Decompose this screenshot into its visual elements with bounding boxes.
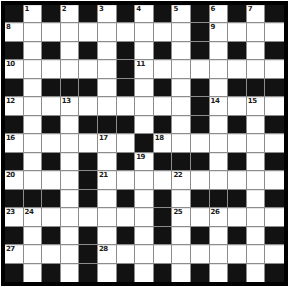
clue-number: 17: [99, 134, 108, 143]
black-cell: [228, 5, 247, 23]
white-cell[interactable]: [98, 208, 117, 226]
black-cell: [79, 190, 98, 208]
white-cell[interactable]: [98, 23, 117, 41]
white-cell[interactable]: [191, 171, 210, 189]
black-cell: [79, 153, 98, 171]
white-cell[interactable]: [247, 116, 266, 134]
clue-number: 4: [136, 5, 140, 14]
white-cell[interactable]: [172, 134, 191, 152]
white-cell[interactable]: [154, 60, 173, 78]
white-cell[interactable]: [61, 23, 80, 41]
black-cell: [42, 79, 61, 97]
clue-number: 21: [99, 171, 108, 180]
white-cell[interactable]: [135, 116, 154, 134]
black-cell: [5, 5, 24, 23]
white-cell[interactable]: [24, 79, 43, 97]
black-cell: [154, 264, 173, 282]
clue-number: 16: [6, 134, 15, 143]
white-cell[interactable]: [42, 23, 61, 41]
black-cell: [154, 153, 173, 171]
black-cell: [191, 23, 210, 41]
black-cell: [154, 116, 173, 134]
clue-number: 8: [6, 23, 10, 32]
white-cell[interactable]: [154, 97, 173, 115]
black-cell: [5, 153, 24, 171]
white-cell[interactable]: [117, 134, 136, 152]
white-cell[interactable]: [191, 60, 210, 78]
black-cell: [5, 42, 24, 60]
black-cell: [117, 264, 136, 282]
white-cell[interactable]: [98, 79, 117, 97]
black-cell: [172, 153, 191, 171]
clue-number: 2: [62, 5, 66, 14]
white-cell[interactable]: [172, 42, 191, 60]
clue-number: 3: [99, 5, 103, 14]
white-cell[interactable]: [247, 60, 266, 78]
clue-number: 27: [6, 245, 15, 254]
white-cell[interactable]: [24, 227, 43, 245]
white-cell[interactable]: [117, 208, 136, 226]
black-cell: [154, 227, 173, 245]
white-cell[interactable]: [135, 23, 154, 41]
white-cell[interactable]: [79, 60, 98, 78]
white-cell[interactable]: [24, 245, 43, 263]
white-cell[interactable]: [247, 134, 266, 152]
white-cell[interactable]: [265, 245, 284, 263]
white-cell[interactable]: [24, 60, 43, 78]
white-cell[interactable]: [117, 23, 136, 41]
white-cell[interactable]: [135, 190, 154, 208]
white-cell[interactable]: [135, 171, 154, 189]
white-cell[interactable]: [210, 264, 229, 282]
black-cell: [154, 190, 173, 208]
white-cell[interactable]: 11: [135, 60, 154, 78]
white-cell[interactable]: [135, 42, 154, 60]
black-cell: [79, 116, 98, 134]
white-cell[interactable]: [172, 79, 191, 97]
white-cell[interactable]: [135, 227, 154, 245]
black-cell: [5, 79, 24, 97]
white-cell[interactable]: [172, 190, 191, 208]
black-cell: [42, 42, 61, 60]
white-cell[interactable]: [228, 134, 247, 152]
white-cell[interactable]: 9: [210, 23, 229, 41]
clue-number: 24: [25, 208, 34, 217]
black-cell: [191, 190, 210, 208]
black-cell: [191, 116, 210, 134]
black-cell: [24, 190, 43, 208]
white-cell[interactable]: [154, 171, 173, 189]
white-cell[interactable]: [42, 97, 61, 115]
black-cell: [5, 190, 24, 208]
white-cell[interactable]: [247, 264, 266, 282]
white-cell[interactable]: 1: [24, 5, 43, 23]
white-cell[interactable]: [61, 60, 80, 78]
clue-number: 10: [6, 60, 15, 69]
white-cell[interactable]: [247, 227, 266, 245]
black-cell: [79, 42, 98, 60]
white-cell[interactable]: [135, 79, 154, 97]
white-cell[interactable]: [42, 171, 61, 189]
white-cell[interactable]: [210, 171, 229, 189]
white-cell[interactable]: [61, 264, 80, 282]
black-cell: [191, 79, 210, 97]
white-cell[interactable]: [228, 208, 247, 226]
white-cell[interactable]: 28: [98, 245, 117, 263]
black-cell: [265, 79, 284, 97]
white-cell[interactable]: [24, 171, 43, 189]
white-cell[interactable]: [135, 264, 154, 282]
white-cell[interactable]: [24, 116, 43, 134]
black-cell: [117, 227, 136, 245]
white-cell[interactable]: [61, 171, 80, 189]
clue-number: 5: [173, 5, 177, 14]
white-cell[interactable]: [210, 227, 229, 245]
clue-number: 11: [136, 60, 145, 69]
white-cell[interactable]: [172, 97, 191, 115]
black-cell: [5, 227, 24, 245]
white-cell[interactable]: 16: [5, 134, 24, 152]
white-cell[interactable]: [247, 42, 266, 60]
white-cell[interactable]: 12: [5, 97, 24, 115]
black-cell: [228, 264, 247, 282]
black-cell: [42, 190, 61, 208]
black-cell: [265, 5, 284, 23]
white-cell[interactable]: [210, 42, 229, 60]
black-cell: [265, 116, 284, 134]
white-cell[interactable]: [42, 134, 61, 152]
white-cell[interactable]: [154, 23, 173, 41]
white-cell[interactable]: [24, 23, 43, 41]
white-cell[interactable]: [24, 97, 43, 115]
black-cell: [79, 245, 98, 263]
white-cell[interactable]: 5: [172, 5, 191, 23]
white-cell[interactable]: [247, 153, 266, 171]
white-cell[interactable]: [42, 245, 61, 263]
black-cell: [228, 227, 247, 245]
black-cell: [42, 5, 61, 23]
black-cell: [265, 264, 284, 282]
black-cell: [5, 116, 24, 134]
white-cell[interactable]: 7: [247, 5, 266, 23]
black-cell: [191, 42, 210, 60]
black-cell: [42, 153, 61, 171]
white-cell[interactable]: 25: [172, 208, 191, 226]
black-cell: [117, 5, 136, 23]
white-cell[interactable]: 3: [98, 5, 117, 23]
white-cell[interactable]: [61, 227, 80, 245]
white-cell[interactable]: 8: [5, 23, 24, 41]
white-cell[interactable]: [98, 190, 117, 208]
black-cell: [191, 153, 210, 171]
white-cell[interactable]: [191, 245, 210, 263]
black-cell: [117, 190, 136, 208]
white-cell[interactable]: [265, 23, 284, 41]
white-cell[interactable]: [265, 171, 284, 189]
white-cell[interactable]: [228, 23, 247, 41]
white-cell[interactable]: [265, 97, 284, 115]
crossword-board: 1234567891011121314151617181920212223242…: [0, 0, 289, 287]
white-cell[interactable]: [265, 134, 284, 152]
black-cell: [191, 264, 210, 282]
white-cell[interactable]: [61, 153, 80, 171]
white-cell[interactable]: 14: [210, 97, 229, 115]
white-cell[interactable]: 13: [61, 97, 80, 115]
clue-number: 18: [155, 134, 164, 143]
white-cell[interactable]: 4: [135, 5, 154, 23]
black-cell: [117, 79, 136, 97]
white-cell[interactable]: [117, 171, 136, 189]
black-cell: [61, 79, 80, 97]
white-cell[interactable]: [42, 208, 61, 226]
white-cell[interactable]: [42, 60, 61, 78]
white-cell[interactable]: [24, 134, 43, 152]
white-cell[interactable]: [61, 190, 80, 208]
white-cell[interactable]: 6: [210, 5, 229, 23]
white-cell[interactable]: [247, 190, 266, 208]
white-cell[interactable]: [172, 60, 191, 78]
white-cell[interactable]: 2: [61, 5, 80, 23]
white-cell[interactable]: [172, 245, 191, 263]
clue-number: 12: [6, 97, 15, 106]
clue-number: 7: [248, 5, 252, 14]
black-cell: [42, 116, 61, 134]
white-cell[interactable]: [191, 134, 210, 152]
black-cell: [117, 42, 136, 60]
clue-number: 14: [211, 97, 220, 106]
black-cell: [79, 5, 98, 23]
white-cell[interactable]: [228, 97, 247, 115]
black-cell: [79, 227, 98, 245]
black-cell: [247, 79, 266, 97]
black-cell: [154, 5, 173, 23]
black-cell: [42, 264, 61, 282]
white-cell[interactable]: [98, 42, 117, 60]
white-cell[interactable]: [154, 245, 173, 263]
clue-number: 22: [173, 171, 182, 180]
white-cell[interactable]: [79, 97, 98, 115]
white-cell[interactable]: [135, 97, 154, 115]
white-cell[interactable]: [79, 134, 98, 152]
white-cell[interactable]: 27: [5, 245, 24, 263]
white-cell[interactable]: 21: [98, 171, 117, 189]
clue-number: 1: [25, 5, 29, 14]
white-cell[interactable]: [98, 264, 117, 282]
black-cell: [79, 171, 98, 189]
white-cell[interactable]: [210, 116, 229, 134]
crossword-grid: 1234567891011121314151617181920212223242…: [1, 1, 288, 286]
white-cell[interactable]: 20: [5, 171, 24, 189]
black-cell: [228, 79, 247, 97]
white-cell[interactable]: [247, 23, 266, 41]
black-cell: [135, 134, 154, 152]
clue-number: 28: [99, 245, 108, 254]
black-cell: [228, 42, 247, 60]
clue-number: 20: [6, 171, 15, 180]
black-cell: [98, 116, 117, 134]
clue-number: 25: [173, 208, 182, 217]
clue-number: 9: [211, 23, 215, 32]
white-cell[interactable]: [61, 42, 80, 60]
white-cell[interactable]: [98, 153, 117, 171]
white-cell[interactable]: [98, 227, 117, 245]
white-cell[interactable]: 23: [5, 208, 24, 226]
white-cell[interactable]: [24, 153, 43, 171]
clue-number: 15: [248, 97, 257, 106]
white-cell[interactable]: [210, 79, 229, 97]
black-cell: [154, 208, 173, 226]
black-cell: [228, 116, 247, 134]
white-cell[interactable]: [24, 42, 43, 60]
black-cell: [117, 60, 136, 78]
black-cell: [265, 190, 284, 208]
black-cell: [154, 42, 173, 60]
black-cell: [228, 153, 247, 171]
black-cell: [42, 227, 61, 245]
black-cell: [191, 227, 210, 245]
white-cell[interactable]: [247, 245, 266, 263]
white-cell[interactable]: [61, 134, 80, 152]
white-cell[interactable]: [98, 60, 117, 78]
white-cell[interactable]: [265, 60, 284, 78]
white-cell[interactable]: 18: [154, 134, 173, 152]
white-cell[interactable]: [210, 60, 229, 78]
white-cell[interactable]: [210, 153, 229, 171]
white-cell[interactable]: [98, 97, 117, 115]
white-cell[interactable]: 22: [172, 171, 191, 189]
white-cell[interactable]: [61, 245, 80, 263]
white-cell[interactable]: [172, 264, 191, 282]
black-cell: [117, 153, 136, 171]
clue-number: 26: [211, 208, 220, 217]
black-cell: [210, 190, 229, 208]
clue-number: 19: [136, 153, 145, 162]
white-cell[interactable]: [172, 116, 191, 134]
white-cell[interactable]: [228, 60, 247, 78]
black-cell: [5, 264, 24, 282]
white-cell[interactable]: [247, 171, 266, 189]
white-cell[interactable]: 26: [210, 208, 229, 226]
white-cell[interactable]: [228, 245, 247, 263]
black-cell: [228, 190, 247, 208]
white-cell[interactable]: [247, 208, 266, 226]
white-cell[interactable]: [117, 245, 136, 263]
white-cell[interactable]: [210, 134, 229, 152]
white-cell[interactable]: [61, 208, 80, 226]
white-cell[interactable]: [265, 208, 284, 226]
white-cell[interactable]: 15: [247, 97, 266, 115]
black-cell: [117, 116, 136, 134]
white-cell[interactable]: [172, 227, 191, 245]
white-cell[interactable]: 17: [98, 134, 117, 152]
white-cell[interactable]: 24: [24, 208, 43, 226]
white-cell[interactable]: [135, 245, 154, 263]
clue-number: 6: [211, 5, 215, 14]
black-cell: [265, 227, 284, 245]
black-cell: [79, 264, 98, 282]
white-cell[interactable]: 10: [5, 60, 24, 78]
white-cell[interactable]: [228, 171, 247, 189]
white-cell[interactable]: 19: [135, 153, 154, 171]
white-cell[interactable]: [210, 245, 229, 263]
white-cell[interactable]: [191, 208, 210, 226]
black-cell: [265, 153, 284, 171]
white-cell[interactable]: [24, 264, 43, 282]
white-cell[interactable]: [172, 23, 191, 41]
black-cell: [154, 79, 173, 97]
white-cell[interactable]: [79, 23, 98, 41]
white-cell[interactable]: [79, 208, 98, 226]
clue-number: 13: [62, 97, 71, 106]
black-cell: [191, 5, 210, 23]
black-cell: [79, 79, 98, 97]
white-cell[interactable]: [117, 97, 136, 115]
white-cell[interactable]: [135, 208, 154, 226]
clue-number: 23: [6, 208, 15, 217]
black-cell: [191, 97, 210, 115]
white-cell[interactable]: [61, 116, 80, 134]
black-cell: [265, 42, 284, 60]
